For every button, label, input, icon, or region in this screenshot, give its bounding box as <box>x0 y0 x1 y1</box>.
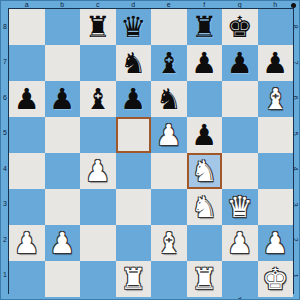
square-g5[interactable] <box>222 117 258 153</box>
square-f3[interactable]: ♞ <box>187 189 223 225</box>
square-b7[interactable] <box>45 45 81 81</box>
coord-file-top-f: f <box>187 1 223 9</box>
square-b8[interactable] <box>45 9 81 45</box>
square-e1[interactable] <box>151 261 187 297</box>
square-f5[interactable]: ♟ <box>187 117 223 153</box>
piece-white-rook-f1[interactable]: ♜ <box>187 261 223 297</box>
square-e5[interactable]: ♟ <box>151 117 187 153</box>
square-a2[interactable]: ♟ <box>9 225 45 261</box>
square-c4[interactable]: ♟ <box>80 153 116 189</box>
piece-black-pawn-f7[interactable]: ♟ <box>187 45 223 81</box>
piece-black-pawn-a6[interactable]: ♟ <box>9 81 45 117</box>
piece-white-pawn-c4[interactable]: ♟ <box>80 153 116 189</box>
square-e7[interactable]: ♝ <box>151 45 187 81</box>
square-e4[interactable] <box>151 153 187 189</box>
square-e3[interactable] <box>151 189 187 225</box>
coord-file-top-g: g <box>222 1 258 9</box>
square-f7[interactable]: ♟ <box>187 45 223 81</box>
square-c7[interactable] <box>80 45 116 81</box>
piece-black-bishop-c6[interactable]: ♝ <box>80 81 116 117</box>
piece-black-pawn-h7[interactable]: ♟ <box>258 45 294 81</box>
chess-app-frame: abcdefgh abcdefgh 87654321 87654321 ♜♛♜♚… <box>0 0 300 300</box>
coord-file-top-a: a <box>9 1 45 9</box>
piece-white-pawn-h2[interactable]: ♟ <box>258 225 294 261</box>
square-g3[interactable]: ♛ <box>222 189 258 225</box>
square-f6[interactable] <box>187 81 223 117</box>
piece-black-knight-e6[interactable]: ♞ <box>151 81 187 117</box>
piece-white-bishop-h6[interactable]: ♝ <box>258 81 294 117</box>
square-f4[interactable]: ♞ <box>187 153 223 189</box>
coord-file-top-e: e <box>151 1 187 9</box>
square-b6[interactable]: ♟ <box>45 81 81 117</box>
piece-white-pawn-e5[interactable]: ♟ <box>151 117 187 153</box>
square-g2[interactable]: ♟ <box>222 225 258 261</box>
square-a5[interactable] <box>9 117 45 153</box>
piece-black-rook-c8[interactable]: ♜ <box>80 9 116 45</box>
square-e8[interactable] <box>151 9 187 45</box>
square-b2[interactable]: ♟ <box>45 225 81 261</box>
piece-white-knight-f3[interactable]: ♞ <box>187 189 223 225</box>
piece-white-knight-f4[interactable]: ♞ <box>187 153 223 189</box>
piece-black-pawn-b6[interactable]: ♟ <box>45 81 81 117</box>
square-d7[interactable]: ♞ <box>116 45 152 81</box>
square-h6[interactable]: ♝ <box>258 81 294 117</box>
square-a6[interactable]: ♟ <box>9 81 45 117</box>
piece-white-king-h1[interactable]: ♚ <box>258 261 294 297</box>
square-h2[interactable]: ♟ <box>258 225 294 261</box>
piece-black-rook-f8[interactable]: ♜ <box>187 9 223 45</box>
coord-file-top-h: h <box>258 1 294 9</box>
coord-rank-left-6: 6 <box>1 80 9 116</box>
square-d4[interactable] <box>116 153 152 189</box>
square-b5[interactable] <box>45 117 81 153</box>
coord-file-top-c: c <box>80 1 116 9</box>
square-g1[interactable] <box>222 261 258 297</box>
piece-black-king-g8[interactable]: ♚ <box>222 9 258 45</box>
square-d8[interactable]: ♛ <box>116 9 152 45</box>
piece-black-pawn-g7[interactable]: ♟ <box>222 45 258 81</box>
rank-labels-left: 87654321 <box>1 9 9 293</box>
square-g8[interactable]: ♚ <box>222 9 258 45</box>
square-h5[interactable] <box>258 117 294 153</box>
square-f8[interactable]: ♜ <box>187 9 223 45</box>
square-h1[interactable]: ♚ <box>258 261 294 297</box>
piece-white-bishop-e2[interactable]: ♝ <box>151 225 187 261</box>
square-f1[interactable]: ♜ <box>187 261 223 297</box>
piece-black-queen-d8[interactable]: ♛ <box>116 9 152 45</box>
piece-white-pawn-b2[interactable]: ♟ <box>45 225 81 261</box>
square-d2[interactable] <box>116 225 152 261</box>
square-c6[interactable]: ♝ <box>80 81 116 117</box>
coord-rank-left-1: 1 <box>1 258 9 294</box>
coord-rank-left-7: 7 <box>1 45 9 81</box>
coord-rank-left-8: 8 <box>1 9 9 45</box>
piece-white-queen-g3[interactable]: ♛ <box>222 189 258 225</box>
coord-rank-left-5: 5 <box>1 116 9 152</box>
piece-black-pawn-d6[interactable]: ♟ <box>116 81 152 117</box>
square-a8[interactable] <box>9 9 45 45</box>
file-labels-top: abcdefgh <box>9 1 293 9</box>
square-c3[interactable] <box>80 189 116 225</box>
square-g7[interactable]: ♟ <box>222 45 258 81</box>
piece-black-knight-d7[interactable]: ♞ <box>116 45 152 81</box>
square-e6[interactable]: ♞ <box>151 81 187 117</box>
piece-black-bishop-e7[interactable]: ♝ <box>151 45 187 81</box>
square-a4[interactable] <box>9 153 45 189</box>
coord-rank-left-4: 4 <box>1 151 9 187</box>
square-b3[interactable] <box>45 189 81 225</box>
coord-file-top-d: d <box>116 1 152 9</box>
square-h4[interactable] <box>258 153 294 189</box>
square-a1[interactable] <box>9 261 45 297</box>
square-e2[interactable]: ♝ <box>151 225 187 261</box>
square-c2[interactable] <box>80 225 116 261</box>
coord-file-top-b: b <box>45 1 81 9</box>
coord-rank-left-3: 3 <box>1 187 9 223</box>
square-g6[interactable] <box>222 81 258 117</box>
square-a3[interactable] <box>9 189 45 225</box>
piece-white-rook-d1[interactable]: ♜ <box>116 261 152 297</box>
square-h7[interactable]: ♟ <box>258 45 294 81</box>
square-d6[interactable]: ♟ <box>116 81 152 117</box>
coord-rank-left-2: 2 <box>1 222 9 258</box>
piece-white-pawn-g2[interactable]: ♟ <box>222 225 258 261</box>
square-d5[interactable] <box>116 117 152 153</box>
board: ♜♛♜♚♞♝♟♟♟♟♟♝♟♞♝♟♟♟♞♞♛♟♟♝♟♟♜♜♚ <box>9 9 293 293</box>
square-f2[interactable] <box>187 225 223 261</box>
black-to-move-indicator-dot <box>291 3 296 8</box>
square-h8[interactable] <box>258 9 294 45</box>
square-b1[interactable] <box>45 261 81 297</box>
piece-white-pawn-a2[interactable]: ♟ <box>9 225 45 261</box>
square-c5[interactable] <box>80 117 116 153</box>
square-b4[interactable] <box>45 153 81 189</box>
square-d1[interactable]: ♜ <box>116 261 152 297</box>
square-c8[interactable]: ♜ <box>80 9 116 45</box>
square-d3[interactable] <box>116 189 152 225</box>
square-g4[interactable] <box>222 153 258 189</box>
square-h3[interactable] <box>258 189 294 225</box>
square-a7[interactable] <box>9 45 45 81</box>
square-c1[interactable] <box>80 261 116 297</box>
piece-black-pawn-f5[interactable]: ♟ <box>187 117 223 153</box>
